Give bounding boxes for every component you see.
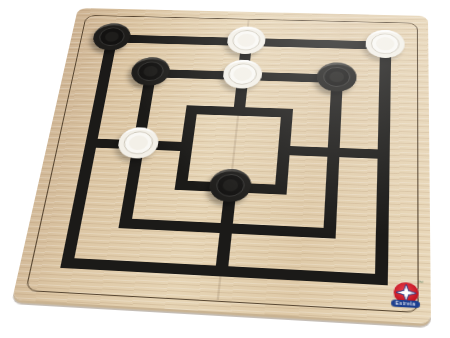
piece-white-b4[interactable]: ● xyxy=(116,127,161,159)
piece-white-d7[interactable]: ● xyxy=(226,26,267,54)
board-perspective-wrap: ●●●●●●●● ™ Estrela xyxy=(0,0,450,338)
black-stone-glyph: ● xyxy=(129,57,171,86)
black-stone-glyph: ● xyxy=(91,23,133,51)
piece-black-f6[interactable]: ● xyxy=(316,62,357,92)
photo-background: ●●●●●●●● ™ Estrela xyxy=(0,0,450,338)
white-stone-glyph: ● xyxy=(222,59,264,89)
point-e3[interactable] xyxy=(253,168,307,210)
point-a4[interactable] xyxy=(63,123,118,162)
point-e5[interactable] xyxy=(261,94,312,132)
point-d2[interactable] xyxy=(198,206,254,250)
point-c3[interactable] xyxy=(153,164,208,206)
piece-white-d6[interactable]: ● xyxy=(222,59,264,89)
piece-black-b6[interactable]: ● xyxy=(129,57,171,86)
point-a1[interactable] xyxy=(37,240,96,286)
point-c4[interactable] xyxy=(159,127,212,167)
white-stone-glyph: ● xyxy=(116,127,161,159)
black-stone-glyph: ● xyxy=(208,168,253,203)
point-g4[interactable] xyxy=(357,134,408,175)
trilha-board: ●●●●●●●● ™ Estrela xyxy=(12,8,431,324)
board-grid: ●●●●●●●● xyxy=(37,21,409,303)
estrela-wordmark-text: Estrela xyxy=(395,301,415,307)
piece-black-d3[interactable]: ● xyxy=(208,168,253,203)
point-b2[interactable] xyxy=(96,202,153,246)
point-e4[interactable] xyxy=(257,130,309,170)
point-d5[interactable] xyxy=(213,92,265,130)
trademark-symbol: ™ xyxy=(417,279,423,285)
point-f4[interactable] xyxy=(307,132,359,172)
point-c5[interactable] xyxy=(165,91,217,129)
point-f2[interactable] xyxy=(302,211,356,256)
white-stone-glyph: ● xyxy=(365,30,404,59)
black-stone-glyph: ● xyxy=(316,62,357,92)
piece-white-g7[interactable]: ● xyxy=(365,30,404,59)
piece-black-a7[interactable]: ● xyxy=(91,23,133,51)
white-stone-glyph: ● xyxy=(226,26,267,54)
point-d1[interactable] xyxy=(192,248,249,295)
estrela-logo: ™ Estrela xyxy=(391,282,420,308)
